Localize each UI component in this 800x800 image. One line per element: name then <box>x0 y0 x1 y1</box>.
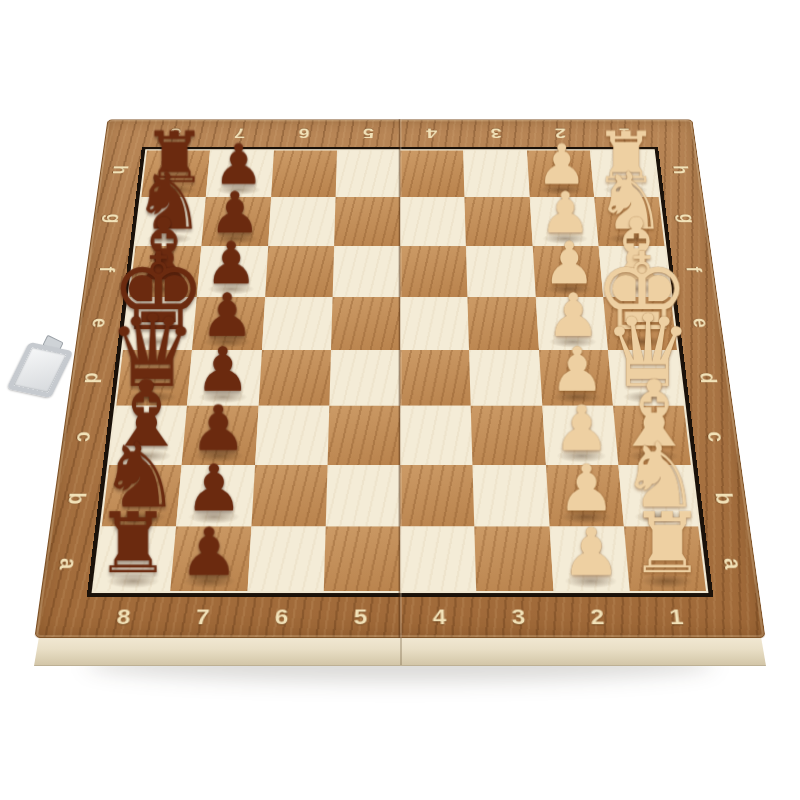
square-f1: ♝ <box>598 246 670 297</box>
square-d2: ♟ <box>539 350 613 406</box>
square-f7: ♟ <box>197 246 268 297</box>
fold-seam <box>398 119 403 638</box>
rank-label-bottom-7: 7 <box>195 607 210 629</box>
square-a7: ♟ <box>171 526 251 591</box>
square-h7: ♟ <box>206 151 273 198</box>
perspective-scene: 87654321 87654321 hgfedcba hgfedcba ♜♟♟♜… <box>0 0 800 800</box>
square-f3 <box>466 246 535 297</box>
square-d6 <box>258 350 331 406</box>
square-a8: ♜ <box>94 526 176 591</box>
file-label-right-c: c <box>703 432 727 442</box>
file-label-right-g: g <box>676 214 698 223</box>
square-a1: ♜ <box>624 526 706 591</box>
square-d1: ♛ <box>608 350 684 406</box>
rank-label-bottom-2: 2 <box>590 607 605 629</box>
square-c4 <box>400 406 473 465</box>
file-label-left-d: d <box>80 373 104 384</box>
square-c6 <box>255 406 329 465</box>
piece-dark-pawn-c7: ♟ <box>160 398 279 458</box>
square-b5 <box>325 465 400 527</box>
square-d3 <box>469 350 542 406</box>
square-a5 <box>324 526 400 591</box>
rank-label-bottom-4: 4 <box>433 607 447 629</box>
square-b3 <box>473 465 549 527</box>
square-g4 <box>400 197 466 246</box>
rank-label-top-2: 2 <box>554 126 566 140</box>
square-d5 <box>329 350 400 406</box>
square-b6 <box>251 465 327 527</box>
rank-label-bottom-5: 5 <box>353 607 367 629</box>
piece-dark-pawn-d7: ♟ <box>165 341 281 399</box>
square-g1: ♞ <box>594 197 665 246</box>
square-f8: ♝ <box>129 246 201 297</box>
file-label-left-a: a <box>55 557 81 569</box>
square-f5 <box>332 246 400 297</box>
square-g3 <box>465 197 533 246</box>
rank-label-top-5: 5 <box>362 126 373 140</box>
square-h5 <box>335 151 400 198</box>
product-photo-stage: 87654321 87654321 hgfedcba hgfedcba ♜♟♟♜… <box>0 0 800 800</box>
file-label-left-h: h <box>109 166 130 175</box>
square-c1: ♝ <box>613 406 691 465</box>
file-label-right-a: a <box>719 557 745 569</box>
square-g7: ♟ <box>202 197 271 246</box>
file-label-right-b: b <box>711 492 736 504</box>
piece-light-pawn-c2: ♟ <box>522 398 641 458</box>
square-g2: ♟ <box>529 197 598 246</box>
square-g5 <box>334 197 400 246</box>
square-d8: ♛ <box>116 350 192 406</box>
square-a6 <box>247 526 325 591</box>
square-g8: ♞ <box>136 197 207 246</box>
square-g6 <box>268 197 336 246</box>
file-label-left-b: b <box>64 492 89 504</box>
square-f4 <box>400 246 468 297</box>
square-h2: ♟ <box>527 151 594 198</box>
square-a4 <box>400 526 476 591</box>
square-b2: ♟ <box>545 465 623 527</box>
file-label-right-d: d <box>696 373 720 384</box>
square-c7: ♟ <box>182 406 258 465</box>
rank-label-top-8: 8 <box>169 126 182 140</box>
rank-label-top-4: 4 <box>426 126 437 140</box>
square-b7: ♟ <box>176 465 254 527</box>
square-d7: ♟ <box>187 350 261 406</box>
square-b1: ♞ <box>618 465 698 527</box>
square-c8: ♝ <box>109 406 187 465</box>
square-h8: ♜ <box>141 151 210 198</box>
rank-label-top-1: 1 <box>618 126 631 140</box>
file-label-left-e: e <box>88 318 111 327</box>
rank-label-bottom-1: 1 <box>668 607 684 629</box>
file-label-right-f: f <box>682 267 704 272</box>
square-h3 <box>463 151 529 198</box>
piece-light-pawn-d2: ♟ <box>519 341 635 399</box>
square-b8: ♞ <box>102 465 182 527</box>
file-label-left-g: g <box>102 214 124 223</box>
square-f2: ♟ <box>532 246 603 297</box>
file-label-left-f: f <box>96 267 118 272</box>
square-a2: ♟ <box>549 526 629 591</box>
square-h4 <box>400 151 465 198</box>
square-d4 <box>400 350 471 406</box>
rank-label-top-3: 3 <box>490 126 502 140</box>
square-h1: ♜ <box>590 151 659 198</box>
square-a3 <box>475 526 553 591</box>
square-c5 <box>327 406 400 465</box>
chess-board: 87654321 87654321 hgfedcba hgfedcba ♜♟♟♜… <box>34 120 765 639</box>
rank-label-bottom-6: 6 <box>274 607 289 629</box>
rank-label-bottom-3: 3 <box>511 607 526 629</box>
rank-label-top-6: 6 <box>298 126 310 140</box>
file-label-right-e: e <box>689 318 712 327</box>
file-label-left-c: c <box>72 432 96 442</box>
square-c3 <box>471 406 545 465</box>
rank-label-top-7: 7 <box>234 126 246 140</box>
square-c2: ♟ <box>542 406 618 465</box>
square-h6 <box>271 151 337 198</box>
square-f6 <box>265 246 334 297</box>
rank-label-bottom-8: 8 <box>116 607 132 629</box>
file-label-right-h: h <box>670 166 691 175</box>
square-b4 <box>400 465 475 527</box>
